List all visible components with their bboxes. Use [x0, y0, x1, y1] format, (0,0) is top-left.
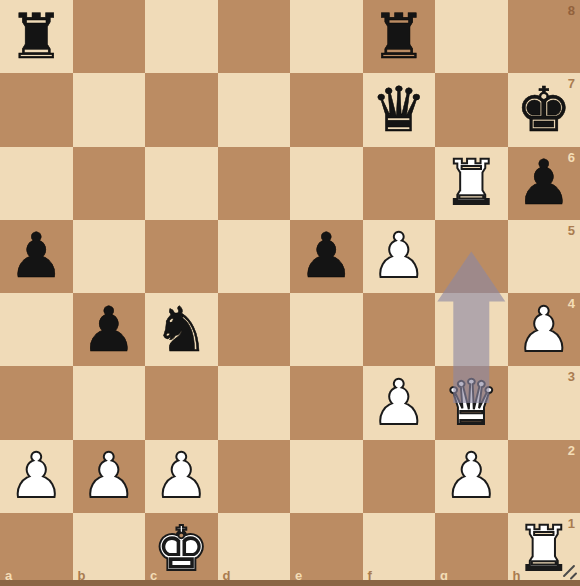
- square-b8[interactable]: [73, 0, 146, 73]
- square-f8[interactable]: ♜: [363, 0, 436, 73]
- square-f2[interactable]: [363, 440, 436, 513]
- piece-black-rook[interactable]: ♜: [371, 6, 427, 68]
- resize-grip-line: [570, 572, 578, 580]
- square-a2[interactable]: ♟: [0, 440, 73, 513]
- square-b3[interactable]: [73, 366, 146, 439]
- square-c1[interactable]: ♚c: [145, 513, 218, 586]
- square-c7[interactable]: [145, 73, 218, 146]
- piece-white-pawn[interactable]: ♟: [153, 445, 209, 507]
- square-e2[interactable]: [290, 440, 363, 513]
- piece-white-pawn[interactable]: ♟: [8, 445, 64, 507]
- square-f7[interactable]: ♛: [363, 73, 436, 146]
- piece-black-pawn[interactable]: ♟: [81, 299, 137, 361]
- piece-white-pawn[interactable]: ♟: [81, 445, 137, 507]
- square-f4[interactable]: [363, 293, 436, 366]
- square-e1[interactable]: e: [290, 513, 363, 586]
- piece-white-pawn[interactable]: ♟: [516, 299, 572, 361]
- square-b1[interactable]: b: [73, 513, 146, 586]
- square-e3[interactable]: [290, 366, 363, 439]
- square-e8[interactable]: [290, 0, 363, 73]
- square-c6[interactable]: [145, 147, 218, 220]
- square-h3[interactable]: 3: [508, 366, 580, 439]
- piece-white-rook[interactable]: ♜: [443, 152, 499, 214]
- square-b6[interactable]: [73, 147, 146, 220]
- square-a4[interactable]: [0, 293, 73, 366]
- rank-label-5: 5: [568, 223, 575, 238]
- square-a1[interactable]: a: [0, 513, 73, 586]
- piece-white-queen[interactable]: ♛: [443, 372, 499, 434]
- square-b5[interactable]: [73, 220, 146, 293]
- file-label-f: f: [368, 568, 372, 583]
- square-c5[interactable]: [145, 220, 218, 293]
- square-g5[interactable]: [435, 220, 508, 293]
- rank-label-8: 8: [568, 3, 575, 18]
- square-a8[interactable]: ♜: [0, 0, 73, 73]
- square-h6[interactable]: ♟6: [508, 147, 580, 220]
- square-d5[interactable]: [218, 220, 291, 293]
- square-d6[interactable]: [218, 147, 291, 220]
- piece-black-king[interactable]: ♚: [516, 79, 572, 141]
- piece-black-pawn[interactable]: ♟: [8, 225, 64, 287]
- piece-black-queen[interactable]: ♛: [371, 79, 427, 141]
- resize-handle-icon[interactable]: [559, 561, 579, 581]
- square-b7[interactable]: [73, 73, 146, 146]
- piece-white-pawn[interactable]: ♟: [371, 225, 427, 287]
- piece-white-pawn[interactable]: ♟: [371, 372, 427, 434]
- square-e7[interactable]: [290, 73, 363, 146]
- file-label-d: d: [223, 568, 231, 583]
- file-label-b: b: [78, 568, 86, 583]
- square-h5[interactable]: 5: [508, 220, 580, 293]
- square-c2[interactable]: ♟: [145, 440, 218, 513]
- chess-board-widget: ♜♜8♛♚7♜♟6♟♟♟5♟♞♟4♟♛3♟♟♟♟2ab♚cdefg♜1h: [0, 0, 580, 586]
- square-g2[interactable]: ♟: [435, 440, 508, 513]
- square-h2[interactable]: 2: [508, 440, 580, 513]
- square-g7[interactable]: [435, 73, 508, 146]
- rank-label-3: 3: [568, 369, 575, 384]
- square-c8[interactable]: [145, 0, 218, 73]
- square-d8[interactable]: [218, 0, 291, 73]
- square-e5[interactable]: ♟: [290, 220, 363, 293]
- rank-label-2: 2: [568, 443, 575, 458]
- square-b4[interactable]: ♟: [73, 293, 146, 366]
- piece-white-pawn[interactable]: ♟: [443, 445, 499, 507]
- file-label-g: g: [440, 568, 448, 583]
- piece-black-pawn[interactable]: ♟: [298, 225, 354, 287]
- square-g8[interactable]: [435, 0, 508, 73]
- square-e4[interactable]: [290, 293, 363, 366]
- file-label-e: e: [295, 568, 302, 583]
- square-c3[interactable]: [145, 366, 218, 439]
- square-c4[interactable]: ♞: [145, 293, 218, 366]
- square-a7[interactable]: [0, 73, 73, 146]
- square-h7[interactable]: ♚7: [508, 73, 580, 146]
- square-d4[interactable]: [218, 293, 291, 366]
- square-d3[interactable]: [218, 366, 291, 439]
- square-a6[interactable]: [0, 147, 73, 220]
- square-h4[interactable]: ♟4: [508, 293, 580, 366]
- square-f3[interactable]: ♟: [363, 366, 436, 439]
- square-e6[interactable]: [290, 147, 363, 220]
- square-d2[interactable]: [218, 440, 291, 513]
- square-f6[interactable]: [363, 147, 436, 220]
- square-a3[interactable]: [0, 366, 73, 439]
- chess-board: ♜♜8♛♚7♜♟6♟♟♟5♟♞♟4♟♛3♟♟♟♟2ab♚cdefg♜1h: [0, 0, 580, 586]
- square-g6[interactable]: ♜: [435, 147, 508, 220]
- piece-black-rook[interactable]: ♜: [8, 6, 64, 68]
- square-d7[interactable]: [218, 73, 291, 146]
- file-label-a: a: [5, 568, 12, 583]
- piece-black-knight[interactable]: ♞: [153, 299, 209, 361]
- square-f1[interactable]: f: [363, 513, 436, 586]
- piece-black-pawn[interactable]: ♟: [516, 152, 572, 214]
- piece-white-king[interactable]: ♚: [153, 518, 209, 580]
- square-b2[interactable]: ♟: [73, 440, 146, 513]
- square-g3[interactable]: ♛: [435, 366, 508, 439]
- square-h8[interactable]: 8: [508, 0, 580, 73]
- square-a5[interactable]: ♟: [0, 220, 73, 293]
- square-f5[interactable]: ♟: [363, 220, 436, 293]
- square-d1[interactable]: d: [218, 513, 291, 586]
- square-g4[interactable]: [435, 293, 508, 366]
- square-g1[interactable]: g: [435, 513, 508, 586]
